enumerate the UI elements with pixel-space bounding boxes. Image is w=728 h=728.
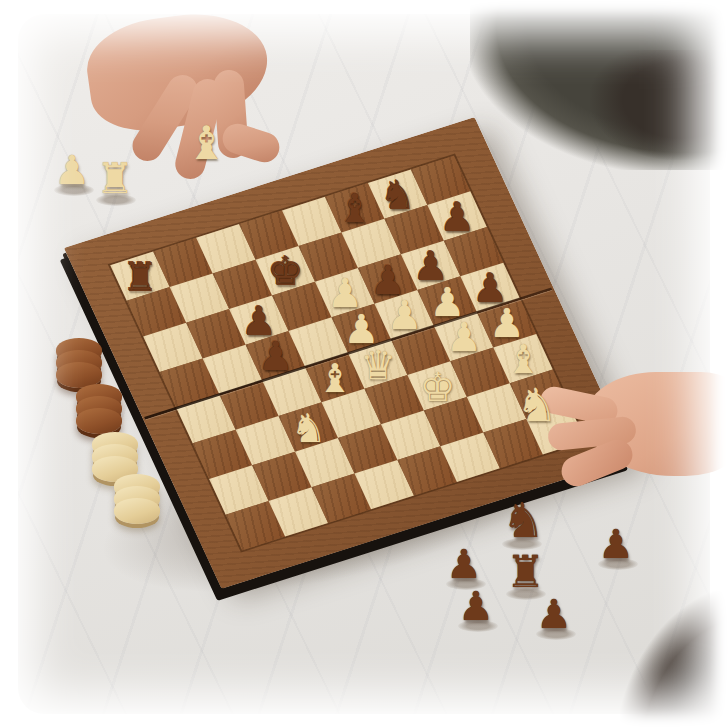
walnut-checkers-stack[interactable]	[76, 398, 122, 434]
white-bishop-d4[interactable]: ♝	[317, 358, 353, 398]
captured-black-pawn[interactable]: ♟	[446, 544, 482, 584]
product-photo-scene: ♜♝♞♚♟♟♟♟♟♟♟♟♟♟♝♛♟♟♞♚♝ ♟♜♞♜♟♟♟♟ ♝♞	[0, 0, 728, 728]
captured-black-pawn[interactable]: ♟	[458, 586, 494, 626]
walnut-checker-disc	[76, 408, 122, 434]
black-pawn-g6[interactable]: ♟	[413, 246, 449, 286]
black-rook-a8[interactable]: ♜	[122, 257, 158, 297]
captured-black-knight[interactable]: ♞	[502, 496, 545, 544]
backdrop-top-right-dark-spot	[590, 50, 728, 160]
captured-black-pawn[interactable]: ♟	[536, 594, 572, 634]
black-pawn-f6[interactable]: ♟	[370, 259, 406, 299]
black-king-d7[interactable]: ♚	[268, 251, 304, 291]
white-queen-e4[interactable]: ♛	[360, 344, 396, 384]
black-knight-g8[interactable]: ♞	[380, 174, 416, 214]
black-pawn-c6[interactable]: ♟	[241, 301, 277, 341]
captured-black-rook[interactable]: ♜	[506, 550, 545, 594]
black-bishop-f8[interactable]: ♝	[337, 188, 373, 228]
white-knight-c3[interactable]: ♞	[291, 407, 327, 447]
captured-black-pawn[interactable]: ♟	[598, 524, 634, 564]
walnut-checkers-stack[interactable]	[56, 352, 102, 388]
cream-checkers-stack[interactable]	[114, 488, 160, 524]
captured-white-rook[interactable]: ♜	[96, 158, 134, 200]
white-pawn-g4[interactable]: ♟	[446, 317, 482, 357]
backdrop-bottom-right	[620, 590, 728, 728]
white-bishop-h3[interactable]: ♝	[505, 339, 541, 379]
captured-white-pawn[interactable]: ♟	[54, 150, 90, 190]
white-king-f3[interactable]: ♚	[419, 366, 455, 406]
cream-checker-disc	[114, 498, 160, 524]
white-pawn-h4[interactable]: ♟	[489, 303, 525, 343]
black-pawn-h7[interactable]: ♟	[439, 196, 475, 236]
white-pawn-e6[interactable]: ♟	[327, 273, 363, 313]
